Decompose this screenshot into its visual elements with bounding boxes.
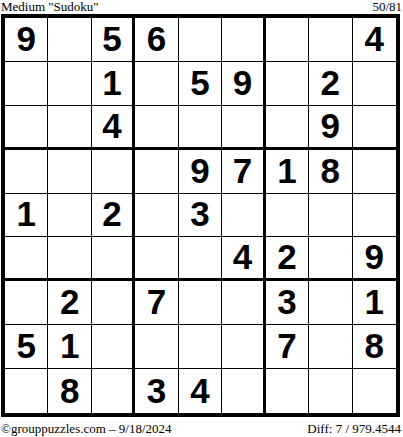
sudoku-cell-r7c8[interactable] bbox=[309, 281, 352, 325]
sudoku-cell-r5c2[interactable] bbox=[48, 194, 91, 238]
sudoku-cell-r9c9[interactable] bbox=[353, 369, 396, 413]
sudoku-cell-r1c7[interactable] bbox=[266, 18, 309, 62]
sudoku-cell-r8c7: 7 bbox=[266, 325, 309, 369]
sudoku-cell-r8c1: 5 bbox=[5, 325, 48, 369]
page-title: Medium "Sudoku" bbox=[1, 0, 99, 13]
sudoku-cell-r9c8[interactable] bbox=[309, 369, 352, 413]
sudoku-page: Medium "Sudoku" 50/81 956415924997181234… bbox=[0, 0, 403, 437]
sudoku-cell-r9c2: 8 bbox=[48, 369, 91, 413]
sudoku-cell-r6c1[interactable] bbox=[5, 237, 48, 281]
sudoku-cell-r2c1[interactable] bbox=[5, 62, 48, 106]
sudoku-cell-r1c4: 6 bbox=[135, 18, 178, 62]
sudoku-cell-r5c7[interactable] bbox=[266, 194, 309, 238]
sudoku-cell-r8c3[interactable] bbox=[92, 325, 135, 369]
sudoku-cell-r1c2[interactable] bbox=[48, 18, 91, 62]
copyright-text: ©grouppuzzles.com – 9/18/2024 bbox=[1, 422, 172, 436]
sudoku-cell-r6c8[interactable] bbox=[309, 237, 352, 281]
sudoku-cell-r5c8[interactable] bbox=[309, 194, 352, 238]
sudoku-cell-r7c4: 7 bbox=[135, 281, 178, 325]
sudoku-cell-r4c1[interactable] bbox=[5, 150, 48, 194]
sudoku-board: 9564159249971812342927315178834 bbox=[1, 14, 400, 417]
sudoku-cell-r2c7[interactable] bbox=[266, 62, 309, 106]
sudoku-cell-r3c5[interactable] bbox=[179, 106, 222, 150]
sudoku-cell-r7c9: 1 bbox=[353, 281, 396, 325]
sudoku-cell-r2c6: 9 bbox=[222, 62, 265, 106]
sudoku-cell-r9c7[interactable] bbox=[266, 369, 309, 413]
sudoku-cell-r1c5[interactable] bbox=[179, 18, 222, 62]
sudoku-cell-r6c4[interactable] bbox=[135, 237, 178, 281]
sudoku-cell-r5c3: 2 bbox=[92, 194, 135, 238]
sudoku-cell-r1c9: 4 bbox=[353, 18, 396, 62]
sudoku-cell-r9c6[interactable] bbox=[222, 369, 265, 413]
sudoku-cell-r6c9: 9 bbox=[353, 237, 396, 281]
sudoku-cell-r3c1[interactable] bbox=[5, 106, 48, 150]
header: Medium "Sudoku" 50/81 bbox=[0, 0, 403, 14]
sudoku-cell-r3c4[interactable] bbox=[135, 106, 178, 150]
sudoku-cell-r8c8[interactable] bbox=[309, 325, 352, 369]
sudoku-cell-r8c9: 8 bbox=[353, 325, 396, 369]
sudoku-cell-r7c1[interactable] bbox=[5, 281, 48, 325]
sudoku-cell-r4c2[interactable] bbox=[48, 150, 91, 194]
sudoku-cell-r6c3[interactable] bbox=[92, 237, 135, 281]
sudoku-cell-r4c3[interactable] bbox=[92, 150, 135, 194]
sudoku-cell-r9c5: 4 bbox=[179, 369, 222, 413]
sudoku-cell-r5c9[interactable] bbox=[353, 194, 396, 238]
sudoku-cell-r6c5[interactable] bbox=[179, 237, 222, 281]
sudoku-cell-r1c6[interactable] bbox=[222, 18, 265, 62]
sudoku-cell-r4c5: 9 bbox=[179, 150, 222, 194]
sudoku-cell-r4c6: 7 bbox=[222, 150, 265, 194]
sudoku-cell-r6c6: 4 bbox=[222, 237, 265, 281]
sudoku-cell-r3c9[interactable] bbox=[353, 106, 396, 150]
sudoku-cell-r3c7[interactable] bbox=[266, 106, 309, 150]
sudoku-cell-r7c3[interactable] bbox=[92, 281, 135, 325]
sudoku-cell-r8c5[interactable] bbox=[179, 325, 222, 369]
sudoku-cell-r2c8: 2 bbox=[309, 62, 352, 106]
sudoku-cell-r2c5: 5 bbox=[179, 62, 222, 106]
sudoku-cell-r4c4[interactable] bbox=[135, 150, 178, 194]
sudoku-cell-r4c7: 1 bbox=[266, 150, 309, 194]
sudoku-cell-r9c4: 3 bbox=[135, 369, 178, 413]
sudoku-cell-r5c6[interactable] bbox=[222, 194, 265, 238]
progress-counter: 50/81 bbox=[372, 0, 402, 13]
sudoku-cell-r5c4[interactable] bbox=[135, 194, 178, 238]
sudoku-cell-r8c2: 1 bbox=[48, 325, 91, 369]
sudoku-cell-r1c8[interactable] bbox=[309, 18, 352, 62]
difficulty-text: Diff: 7 / 979.4544 bbox=[307, 422, 401, 436]
footer: ©grouppuzzles.com – 9/18/2024 Diff: 7 / … bbox=[0, 422, 403, 436]
sudoku-cell-r5c1: 1 bbox=[5, 194, 48, 238]
sudoku-cell-r7c7: 3 bbox=[266, 281, 309, 325]
sudoku-cell-r7c6[interactable] bbox=[222, 281, 265, 325]
sudoku-cell-r7c5[interactable] bbox=[179, 281, 222, 325]
sudoku-cell-r4c9[interactable] bbox=[353, 150, 396, 194]
sudoku-cell-r3c8: 9 bbox=[309, 106, 352, 150]
sudoku-cell-r9c3[interactable] bbox=[92, 369, 135, 413]
sudoku-cell-r1c3: 5 bbox=[92, 18, 135, 62]
sudoku-cell-r2c4[interactable] bbox=[135, 62, 178, 106]
sudoku-cell-r3c3: 4 bbox=[92, 106, 135, 150]
sudoku-cell-r2c9[interactable] bbox=[353, 62, 396, 106]
sudoku-cell-r9c1[interactable] bbox=[5, 369, 48, 413]
sudoku-cell-r3c2[interactable] bbox=[48, 106, 91, 150]
sudoku-cell-r6c7: 2 bbox=[266, 237, 309, 281]
sudoku-cell-r8c4[interactable] bbox=[135, 325, 178, 369]
sudoku-cell-r4c8: 8 bbox=[309, 150, 352, 194]
sudoku-cell-r7c2: 2 bbox=[48, 281, 91, 325]
sudoku-cell-r6c2[interactable] bbox=[48, 237, 91, 281]
sudoku-cell-r2c3: 1 bbox=[92, 62, 135, 106]
sudoku-cell-r5c5: 3 bbox=[179, 194, 222, 238]
sudoku-cell-r2c2[interactable] bbox=[48, 62, 91, 106]
sudoku-cell-r1c1: 9 bbox=[5, 18, 48, 62]
sudoku-cell-r8c6[interactable] bbox=[222, 325, 265, 369]
sudoku-cell-r3c6[interactable] bbox=[222, 106, 265, 150]
